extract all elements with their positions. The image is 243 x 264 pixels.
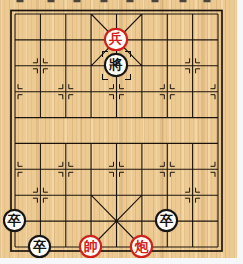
- piece-black-soldier[interactable]: 卒: [155, 209, 178, 232]
- piece-black-soldier[interactable]: 卒: [28, 235, 51, 258]
- piece-black-general[interactable]: 將: [104, 53, 127, 76]
- piece-red-cannon[interactable]: 炮: [130, 235, 153, 258]
- piece-red-soldier[interactable]: 兵: [104, 28, 127, 51]
- piece-layer: 兵將卒卒卒帥炮: [0, 0, 243, 264]
- xiangqi-app: 兵將卒卒卒帥炮: [0, 0, 243, 264]
- piece-red-general[interactable]: 帥: [79, 235, 102, 258]
- piece-black-soldier[interactable]: 卒: [3, 209, 26, 232]
